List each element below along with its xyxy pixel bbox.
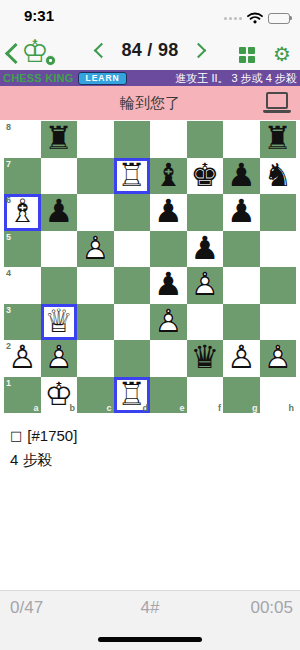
square-d7[interactable]: ♜♖ [114,158,151,195]
square-d2[interactable] [114,340,151,377]
piece-black-pawn[interactable]: ♟ [223,158,260,195]
brand-name: CHESS KING [3,72,73,84]
square-a6[interactable]: 6♝♗ [4,194,41,231]
square-b3[interactable]: ♛♕ [41,304,78,341]
piece-white-queen[interactable]: ♛♕ [41,304,78,341]
file-label-c: c [106,403,111,413]
puzzle-id: [#1750] [27,427,77,444]
square-h2[interactable]: ♟♙ [260,340,297,377]
square-c1[interactable]: c [77,377,114,414]
turn-message: 輪到您了 [120,94,180,113]
puzzle-task: 4 步殺 [10,451,53,470]
square-b2[interactable]: ♟♙ [41,340,78,377]
file-label-h: h [289,403,295,413]
square-d4[interactable] [114,267,151,304]
square-e7[interactable]: ♝ [150,158,187,195]
square-f8[interactable] [187,121,224,158]
square-e6[interactable]: ♟ [150,194,187,231]
square-b6[interactable]: ♟ [41,194,78,231]
puzzle-pager: 84 / 98 [0,30,300,70]
learn-badge: LEARN [78,72,126,85]
square-f6[interactable] [187,194,224,231]
rank-label-8: 8 [6,122,11,132]
square-c5[interactable]: ♟♙ [77,231,114,268]
rank-label-3: 3 [6,305,11,315]
square-a7[interactable]: 7 [4,158,41,195]
square-g3[interactable] [223,304,260,341]
puzzle-grid-icon[interactable] [239,47,255,63]
piece-black-queen[interactable]: ♛ [187,340,224,377]
square-g4[interactable] [223,267,260,304]
next-puzzle-chevron-icon[interactable] [190,42,206,58]
puzzle-header: □ [#1750] [10,427,77,444]
rank-label-6: 6 [6,195,11,205]
square-h8[interactable]: ♜ [260,121,297,158]
file-label-d: d [143,403,149,413]
cellular-dots-icon [224,17,242,20]
square-f1[interactable]: f [187,377,224,414]
rank-label-7: 7 [6,159,11,169]
top-chrome: 9:31 ♔ 84 / 98 ⚙ [0,0,300,70]
course-strip: CHESS KING LEARN 進攻王 II。 3 步或 4 步殺 [0,70,300,86]
piece-black-pawn[interactable]: ♟ [223,194,260,231]
app-screen: 9:31 ♔ 84 / 98 ⚙ CHESS KING LEARN 進攻王 II… [0,0,300,650]
square-a2[interactable]: 2♟♙ [4,340,41,377]
course-title: 進攻王 II。 3 步或 4 步殺 [175,71,297,86]
wifi-icon [247,12,263,24]
square-g7[interactable]: ♟ [223,158,260,195]
piece-white-pawn[interactable]: ♟♙ [187,267,224,304]
white-to-move-icon: □ [10,428,22,443]
piece-black-rook[interactable]: ♜ [41,121,78,158]
square-b1[interactable]: b♚♔ [41,377,78,414]
square-g8[interactable] [223,121,260,158]
chess-board[interactable]: 8♜♜7♜♖♝♚♟♞6♝♗♟♟♟5♟♙♟4♟♟♙3♛♕♟♙2♟♙♟♙♛♟♙♟♙1… [4,121,296,413]
square-a3[interactable]: 3 [4,304,41,341]
stats-bar: 0/47 4# 00:05 [0,590,300,650]
square-f7[interactable]: ♚ [187,158,224,195]
square-h3[interactable] [260,304,297,341]
square-a5[interactable]: 5 [4,231,41,268]
square-c8[interactable] [77,121,114,158]
piece-white-pawn[interactable]: ♟♙ [77,231,114,268]
square-c2[interactable] [77,340,114,377]
piece-white-pawn[interactable]: ♟♙ [223,340,260,377]
file-label-b: b [70,403,76,413]
rank-label-4: 4 [6,268,11,278]
square-b5[interactable] [41,231,78,268]
square-d8[interactable] [114,121,151,158]
square-e2[interactable] [150,340,187,377]
square-e1[interactable]: e [150,377,187,414]
square-f4[interactable]: ♟♙ [187,267,224,304]
file-label-a: a [33,403,38,413]
turn-banner: 輪到您了 [0,86,300,120]
elapsed-timer: 00:05 [250,598,293,618]
square-e3[interactable]: ♟♙ [150,304,187,341]
piece-black-pawn[interactable]: ♟ [41,194,78,231]
square-h1[interactable]: h [260,377,297,414]
piece-black-pawn[interactable]: ♟ [187,231,224,268]
piece-white-pawn[interactable]: ♟♙ [41,340,78,377]
square-c4[interactable] [77,267,114,304]
previous-puzzle-chevron-icon[interactable] [94,42,110,58]
square-a4[interactable]: 4 [4,267,41,304]
square-e4[interactable]: ♟ [150,267,187,304]
laptop-icon[interactable] [263,91,291,115]
square-c3[interactable] [77,304,114,341]
square-d1[interactable]: d♜♖ [114,377,151,414]
piece-white-pawn[interactable]: ♟♙ [150,304,187,341]
piece-black-rook[interactable]: ♜ [260,121,297,158]
square-g2[interactable]: ♟♙ [223,340,260,377]
square-g5[interactable] [223,231,260,268]
square-d3[interactable] [114,304,151,341]
home-indicator[interactable] [98,637,202,642]
piece-white-pawn[interactable]: ♟♙ [260,340,297,377]
rank-label-5: 5 [6,232,11,242]
piece-black-bishop[interactable]: ♝ [150,158,187,195]
puzzle-counter[interactable]: 84 / 98 [121,40,178,61]
rank-label-2: 2 [6,341,11,351]
square-c6[interactable] [77,194,114,231]
piece-black-pawn[interactable]: ♟ [150,267,187,304]
piece-white-rook[interactable]: ♜♖ [114,158,151,195]
square-d6[interactable] [114,194,151,231]
square-c7[interactable] [77,158,114,195]
square-f2[interactable]: ♛ [187,340,224,377]
square-e5[interactable] [150,231,187,268]
file-label-g: g [252,403,258,413]
rank-label-1: 1 [6,378,11,388]
piece-black-pawn[interactable]: ♟ [150,194,187,231]
square-a8[interactable]: 8 [4,121,41,158]
square-b8[interactable]: ♜ [41,121,78,158]
square-d5[interactable] [114,231,151,268]
square-h4[interactable] [260,267,297,304]
square-f5[interactable]: ♟ [187,231,224,268]
square-h7[interactable]: ♞ [260,158,297,195]
square-b4[interactable] [41,267,78,304]
square-a1[interactable]: 1a [4,377,41,414]
square-e8[interactable] [150,121,187,158]
battery-icon [268,13,290,24]
square-f3[interactable] [187,304,224,341]
file-label-f: f [218,403,221,413]
piece-black-king[interactable]: ♚ [187,158,224,195]
status-icons [224,12,290,24]
square-g1[interactable]: g [223,377,260,414]
status-time: 9:31 [24,7,54,24]
piece-black-knight[interactable]: ♞ [260,158,297,195]
square-b7[interactable] [41,158,78,195]
square-g6[interactable]: ♟ [223,194,260,231]
square-h5[interactable] [260,231,297,268]
square-h6[interactable] [260,194,297,231]
gear-icon[interactable]: ⚙ [273,42,291,66]
file-label-e: e [179,403,184,413]
